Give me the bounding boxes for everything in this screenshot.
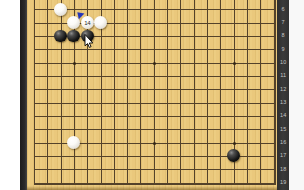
white-stone[interactable] xyxy=(54,3,67,16)
stones-layer: 14 xyxy=(27,3,280,190)
row-coordinate-label: 7 xyxy=(277,16,289,29)
row-coordinate-label: 9 xyxy=(277,43,289,56)
row-coordinate-label: 6 xyxy=(277,3,289,16)
go-app-screenshot: 14 678910111213141516171819 xyxy=(0,0,304,190)
right-background-margin xyxy=(289,0,304,190)
blue-flag-marker xyxy=(77,12,85,20)
row-coordinate-label: 10 xyxy=(277,56,289,69)
row-coordinate-label: 14 xyxy=(277,109,289,122)
row-coordinate-label: 18 xyxy=(277,163,289,176)
move-number-label: 14 xyxy=(84,20,90,26)
row-coordinate-label: 8 xyxy=(277,29,289,42)
row-coordinate-label: 12 xyxy=(277,83,289,96)
row-coordinate-label: 15 xyxy=(277,123,289,136)
white-stone[interactable] xyxy=(67,136,80,149)
white-stone[interactable] xyxy=(94,16,107,29)
black-stone[interactable] xyxy=(67,30,80,43)
left-background-margin xyxy=(0,0,20,190)
row-coordinate-label: 11 xyxy=(277,69,289,82)
mouse-cursor-icon xyxy=(84,34,94,49)
row-coordinate-label: 19 xyxy=(277,176,289,189)
row-coordinate-label: 17 xyxy=(277,149,289,162)
black-stone[interactable] xyxy=(227,149,240,162)
black-stone[interactable] xyxy=(54,30,67,43)
go-board[interactable]: 14 xyxy=(27,0,278,190)
row-coordinate-strip: 678910111213141516171819 xyxy=(277,0,289,190)
row-coordinate-label: 13 xyxy=(277,96,289,109)
left-coordinate-bar xyxy=(20,0,27,190)
row-coordinate-label: 16 xyxy=(277,136,289,149)
